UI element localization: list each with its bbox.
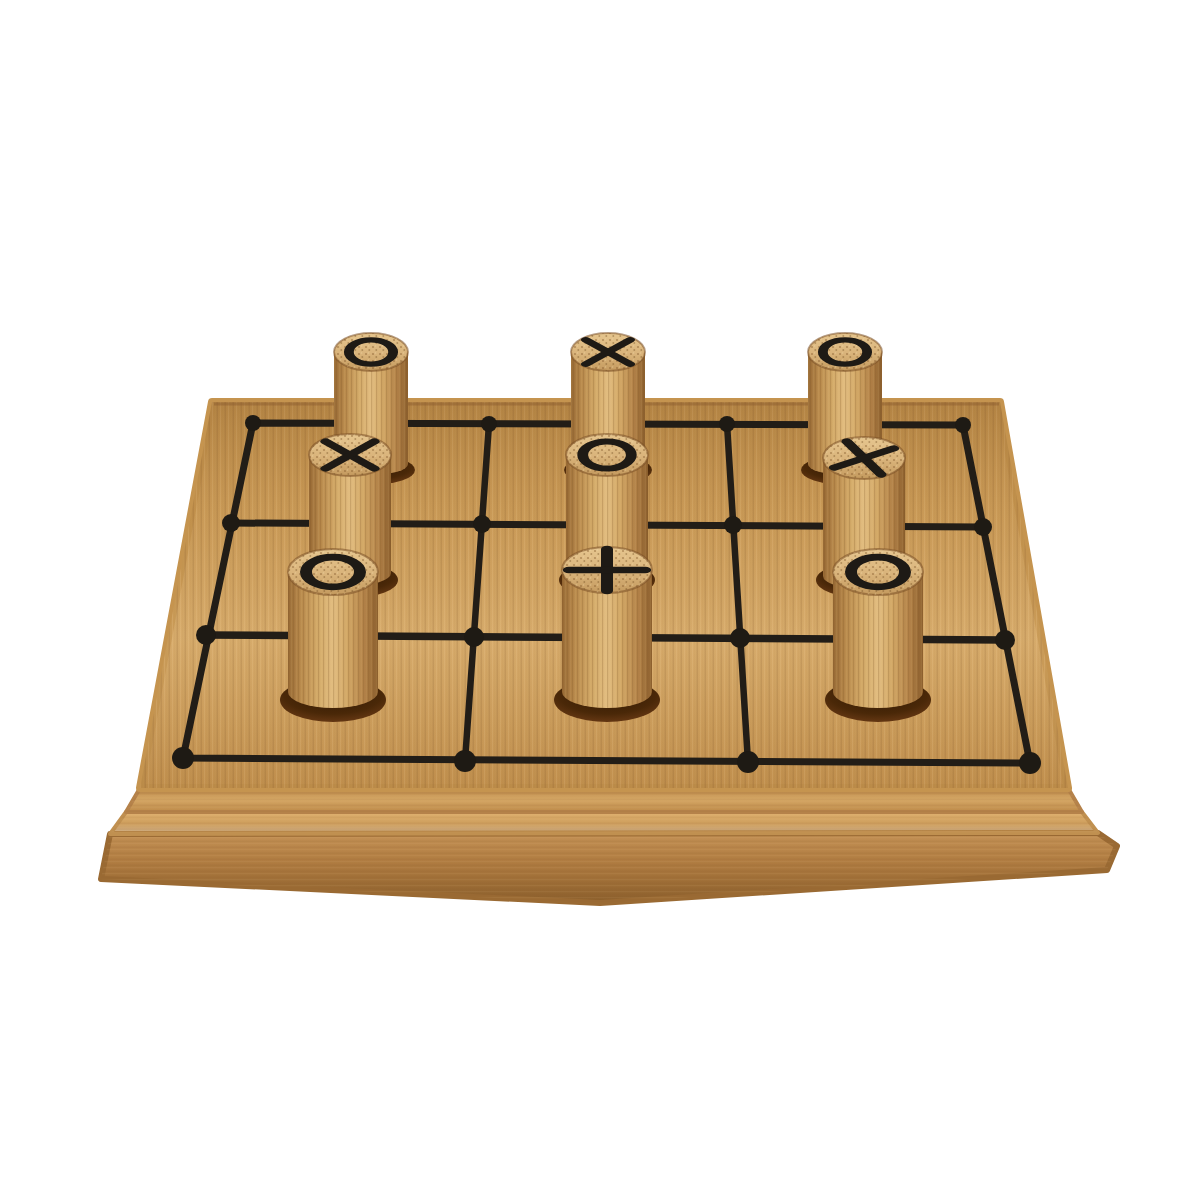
- peg-r2c2[interactable]: [833, 549, 923, 708]
- peg-r2c1[interactable]: [562, 547, 652, 708]
- photo-stage: [0, 0, 1200, 1200]
- tic-tac-toe-board-photo: [0, 0, 1200, 1200]
- peg-r2c0[interactable]: [288, 549, 378, 708]
